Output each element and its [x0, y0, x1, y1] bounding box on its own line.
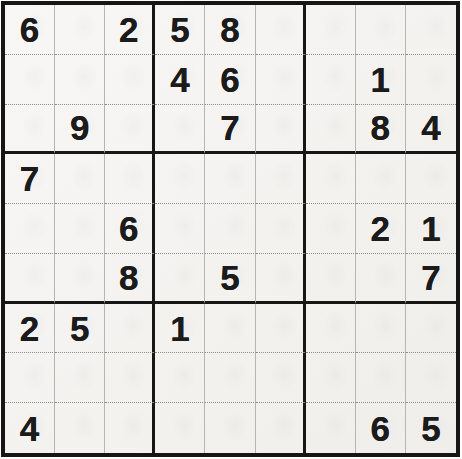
cell-r6c1-empty[interactable]: [5, 254, 55, 304]
cell-r5c2-empty[interactable]: [55, 204, 105, 254]
cell-r1c8-empty[interactable]: [356, 5, 406, 55]
cell-r5c1-empty[interactable]: [5, 204, 55, 254]
cell-r6c4-empty[interactable]: [155, 254, 205, 304]
cell-r2c4-given-4[interactable]: 4: [155, 55, 205, 105]
cell-r7c6-empty[interactable]: [256, 304, 306, 354]
cell-r3c8-given-8[interactable]: 8: [356, 105, 406, 155]
sudoku-board: 625846197847621857251465: [1, 1, 460, 457]
cell-r8c4-empty[interactable]: [155, 353, 205, 403]
cell-r2c8-given-1[interactable]: 1: [356, 55, 406, 105]
scanned-sudoku-page: 625846197847621857251465: [0, 0, 462, 459]
cell-r8c7-empty[interactable]: [306, 353, 356, 403]
cell-r9c8-given-6[interactable]: 6: [356, 403, 406, 453]
cell-r4c1-given-7[interactable]: 7: [5, 154, 55, 204]
cell-r7c4-given-1[interactable]: 1: [155, 304, 205, 354]
cell-r9c2-empty[interactable]: [55, 403, 105, 453]
cell-r7c7-empty[interactable]: [306, 304, 356, 354]
cell-r5c9-given-1[interactable]: 1: [406, 204, 456, 254]
cell-r7c5-empty[interactable]: [205, 304, 255, 354]
cell-r9c7-empty[interactable]: [306, 403, 356, 453]
cell-r4c5-empty[interactable]: [205, 154, 255, 204]
cell-r3c4-empty[interactable]: [155, 105, 205, 155]
cell-r4c2-empty[interactable]: [55, 154, 105, 204]
cell-r3c3-empty[interactable]: [105, 105, 155, 155]
cell-r4c6-empty[interactable]: [256, 154, 306, 204]
cell-r1c4-given-5[interactable]: 5: [155, 5, 205, 55]
cell-r1c3-given-2[interactable]: 2: [105, 5, 155, 55]
cell-r5c5-empty[interactable]: [205, 204, 255, 254]
cell-r6c2-empty[interactable]: [55, 254, 105, 304]
cell-r1c2-empty[interactable]: [55, 5, 105, 55]
cell-r8c5-empty[interactable]: [205, 353, 255, 403]
cell-r4c8-empty[interactable]: [356, 154, 406, 204]
cell-r9c6-empty[interactable]: [256, 403, 306, 453]
cell-r2c1-empty[interactable]: [5, 55, 55, 105]
cell-r5c8-given-2[interactable]: 2: [356, 204, 406, 254]
cell-r2c5-given-6[interactable]: 6: [205, 55, 255, 105]
cell-r6c9-given-7[interactable]: 7: [406, 254, 456, 304]
cell-r6c7-empty[interactable]: [306, 254, 356, 304]
cell-r2c7-empty[interactable]: [306, 55, 356, 105]
cell-r3c6-empty[interactable]: [256, 105, 306, 155]
cell-r5c6-empty[interactable]: [256, 204, 306, 254]
cell-r9c3-empty[interactable]: [105, 403, 155, 453]
cell-r7c3-empty[interactable]: [105, 304, 155, 354]
cell-r8c6-empty[interactable]: [256, 353, 306, 403]
cell-r5c3-given-6[interactable]: 6: [105, 204, 155, 254]
cell-r4c4-empty[interactable]: [155, 154, 205, 204]
cell-r6c3-given-8[interactable]: 8: [105, 254, 155, 304]
cell-r8c2-empty[interactable]: [55, 353, 105, 403]
cell-r1c7-empty[interactable]: [306, 5, 356, 55]
cell-r6c6-empty[interactable]: [256, 254, 306, 304]
cell-r4c3-empty[interactable]: [105, 154, 155, 204]
cell-r8c9-empty[interactable]: [406, 353, 456, 403]
cell-r8c3-empty[interactable]: [105, 353, 155, 403]
cell-r7c8-empty[interactable]: [356, 304, 406, 354]
cell-r2c2-empty[interactable]: [55, 55, 105, 105]
cell-r3c7-empty[interactable]: [306, 105, 356, 155]
cell-r4c7-empty[interactable]: [306, 154, 356, 204]
cell-r1c5-given-8[interactable]: 8: [205, 5, 255, 55]
cell-r7c1-given-2[interactable]: 2: [5, 304, 55, 354]
cell-r1c6-empty[interactable]: [256, 5, 306, 55]
cell-r1c9-empty[interactable]: [406, 5, 456, 55]
cell-r6c8-empty[interactable]: [356, 254, 406, 304]
cell-r2c6-empty[interactable]: [256, 55, 306, 105]
cell-r7c9-empty[interactable]: [406, 304, 456, 354]
cell-r8c8-empty[interactable]: [356, 353, 406, 403]
cell-r3c5-given-7[interactable]: 7: [205, 105, 255, 155]
cell-r7c2-given-5[interactable]: 5: [55, 304, 105, 354]
cell-r3c2-given-9[interactable]: 9: [55, 105, 105, 155]
cell-r3c1-empty[interactable]: [5, 105, 55, 155]
cell-r4c9-empty[interactable]: [406, 154, 456, 204]
cell-r9c9-given-5[interactable]: 5: [406, 403, 456, 453]
cell-r5c7-empty[interactable]: [306, 204, 356, 254]
cell-r5c4-empty[interactable]: [155, 204, 205, 254]
cell-r8c1-empty[interactable]: [5, 353, 55, 403]
cell-r9c4-empty[interactable]: [155, 403, 205, 453]
cell-r2c9-empty[interactable]: [406, 55, 456, 105]
cell-r9c5-empty[interactable]: [205, 403, 255, 453]
cell-r3c9-given-4[interactable]: 4: [406, 105, 456, 155]
cell-r6c5-given-5[interactable]: 5: [205, 254, 255, 304]
cell-r2c3-empty[interactable]: [105, 55, 155, 105]
cell-r9c1-given-4[interactable]: 4: [5, 403, 55, 453]
cell-r1c1-given-6[interactable]: 6: [5, 5, 55, 55]
